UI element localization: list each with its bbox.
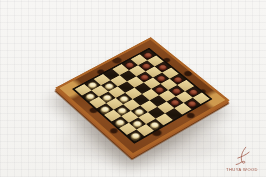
brand-mark-icon [232, 146, 252, 166]
brand-logo: THUYA WOOD [224, 146, 260, 172]
product-photo: THUYA WOOD [0, 0, 266, 177]
brand-name: THUYA WOOD [224, 167, 260, 172]
light-piece [129, 131, 142, 140]
